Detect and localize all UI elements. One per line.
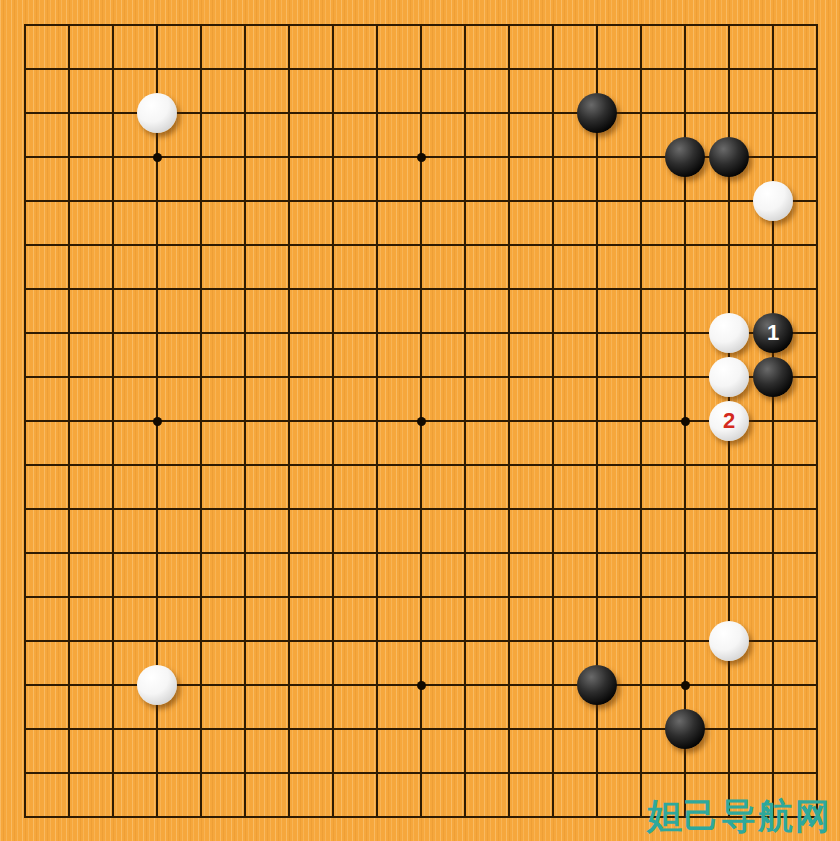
board-cell-Q9 xyxy=(663,443,707,487)
board-cell-C18 xyxy=(91,47,135,91)
board-cell-J11 xyxy=(355,355,399,399)
board-cell-N11 xyxy=(531,355,575,399)
board-cell-P13 xyxy=(619,267,663,311)
board-cell-E8 xyxy=(179,487,223,531)
board-cell-N10 xyxy=(531,399,575,443)
board-cell-D13 xyxy=(135,267,179,311)
board-cell-F8 xyxy=(223,487,267,531)
board-cell-Q6 xyxy=(663,575,707,619)
board-cell-M8 xyxy=(487,487,531,531)
board-cell-S14 xyxy=(751,223,795,267)
board-cell-Q3 xyxy=(663,707,707,751)
board-cell-A9 xyxy=(3,443,47,487)
board-cell-L16 xyxy=(443,135,487,179)
board-cell-A19 xyxy=(3,3,47,47)
board-cell-L17 xyxy=(443,91,487,135)
board-cell-D6 xyxy=(135,575,179,619)
board-cell-K13 xyxy=(399,267,443,311)
board-cell-P14 xyxy=(619,223,663,267)
board-cell-L14 xyxy=(443,223,487,267)
board-cell-K1 xyxy=(399,795,443,839)
board-cell-F12 xyxy=(223,311,267,355)
board-cell-R7 xyxy=(707,531,751,575)
board-cell-K6 xyxy=(399,575,443,619)
board-cell-H1 xyxy=(311,795,355,839)
board-cell-S13 xyxy=(751,267,795,311)
board-cell-S8 xyxy=(751,487,795,531)
board-cell-N15 xyxy=(531,179,575,223)
board-cell-E13 xyxy=(179,267,223,311)
board-cell-N4 xyxy=(531,663,575,707)
board-cell-A18 xyxy=(3,47,47,91)
board-cell-O17 xyxy=(575,91,619,135)
board-cell-Q11 xyxy=(663,355,707,399)
board-cell-H15 xyxy=(311,179,355,223)
board-cell-S3 xyxy=(751,707,795,751)
board-cell-P12 xyxy=(619,311,663,355)
board-cell-R19 xyxy=(707,3,751,47)
board-cell-S16 xyxy=(751,135,795,179)
board-cell-N19 xyxy=(531,3,575,47)
board-cell-R16 xyxy=(707,135,751,179)
board-cell-H9 xyxy=(311,443,355,487)
move-number-label: 1 xyxy=(767,322,779,344)
board-cell-E2 xyxy=(179,751,223,795)
board-cell-C14 xyxy=(91,223,135,267)
white-stone xyxy=(709,313,749,353)
board-cell-S2 xyxy=(751,751,795,795)
board-cell-R5 xyxy=(707,619,751,663)
board-cell-B9 xyxy=(47,443,91,487)
board-cell-D11 xyxy=(135,355,179,399)
board-cell-A7 xyxy=(3,531,47,575)
board-cell-J12 xyxy=(355,311,399,355)
board-cell-S7 xyxy=(751,531,795,575)
board-cell-C1 xyxy=(91,795,135,839)
board-cell-K7 xyxy=(399,531,443,575)
board-cell-S6 xyxy=(751,575,795,619)
board-cell-G8 xyxy=(267,487,311,531)
board-cell-A16 xyxy=(3,135,47,179)
board-cell-S15 xyxy=(751,179,795,223)
board-cell-A15 xyxy=(3,179,47,223)
board-cell-B18 xyxy=(47,47,91,91)
board-cell-C17 xyxy=(91,91,135,135)
board-cell-C11 xyxy=(91,355,135,399)
board-cell-R13 xyxy=(707,267,751,311)
board-cell-H6 xyxy=(311,575,355,619)
board-cell-Q15 xyxy=(663,179,707,223)
board-cell-H3 xyxy=(311,707,355,751)
board-cell-N8 xyxy=(531,487,575,531)
board-cell-T16 xyxy=(795,135,839,179)
board-cell-R6 xyxy=(707,575,751,619)
board-cell-B6 xyxy=(47,575,91,619)
white-stone xyxy=(137,93,177,133)
board-cell-D18 xyxy=(135,47,179,91)
board-cell-N16 xyxy=(531,135,575,179)
board-cell-P17 xyxy=(619,91,663,135)
white-stone xyxy=(709,357,749,397)
board-cell-P10 xyxy=(619,399,663,443)
board-cell-M14 xyxy=(487,223,531,267)
board-cell-L4 xyxy=(443,663,487,707)
board-cell-Q10 xyxy=(663,399,707,443)
board-cell-A6 xyxy=(3,575,47,619)
board-cell-A10 xyxy=(3,399,47,443)
board-cell-F13 xyxy=(223,267,267,311)
board-cell-P11 xyxy=(619,355,663,399)
board-cell-K3 xyxy=(399,707,443,751)
board-cell-J14 xyxy=(355,223,399,267)
white-stone xyxy=(753,181,793,221)
board-cell-L12 xyxy=(443,311,487,355)
board-cell-F10 xyxy=(223,399,267,443)
board-cell-C3 xyxy=(91,707,135,751)
watermark: 妲己导航网 xyxy=(647,793,832,840)
board-cell-G12 xyxy=(267,311,311,355)
board-cell-M1 xyxy=(487,795,531,839)
board-cell-N7 xyxy=(531,531,575,575)
board-cell-M9 xyxy=(487,443,531,487)
board-cell-B15 xyxy=(47,179,91,223)
board-cell-K18 xyxy=(399,47,443,91)
board-cell-J2 xyxy=(355,751,399,795)
board-cell-D14 xyxy=(135,223,179,267)
board-cell-S10 xyxy=(751,399,795,443)
board-cell-N12 xyxy=(531,311,575,355)
board-cell-H12 xyxy=(311,311,355,355)
board-cell-R11 xyxy=(707,355,751,399)
board-cell-J16 xyxy=(355,135,399,179)
board-cell-B3 xyxy=(47,707,91,751)
board-cell-G11 xyxy=(267,355,311,399)
board-cell-B8 xyxy=(47,487,91,531)
board-cell-D8 xyxy=(135,487,179,531)
board-cell-E3 xyxy=(179,707,223,751)
board-cell-E4 xyxy=(179,663,223,707)
board-cell-E5 xyxy=(179,619,223,663)
board-cell-N13 xyxy=(531,267,575,311)
board-cell-C4 xyxy=(91,663,135,707)
board-cell-S4 xyxy=(751,663,795,707)
board-cell-Q17 xyxy=(663,91,707,135)
board-cell-C5 xyxy=(91,619,135,663)
board-cell-G17 xyxy=(267,91,311,135)
board-cell-C13 xyxy=(91,267,135,311)
board-cell-B13 xyxy=(47,267,91,311)
board-cell-L2 xyxy=(443,751,487,795)
board-cell-M12 xyxy=(487,311,531,355)
board-cell-S9 xyxy=(751,443,795,487)
board-cell-B14 xyxy=(47,223,91,267)
board-cell-P7 xyxy=(619,531,663,575)
board-cell-R17 xyxy=(707,91,751,135)
board-cell-B19 xyxy=(47,3,91,47)
board-cell-J1 xyxy=(355,795,399,839)
board-cell-C12 xyxy=(91,311,135,355)
black-stone xyxy=(709,137,749,177)
board-cell-G5 xyxy=(267,619,311,663)
board-cell-J3 xyxy=(355,707,399,751)
board-cell-K19 xyxy=(399,3,443,47)
board-cell-L7 xyxy=(443,531,487,575)
board-cell-L9 xyxy=(443,443,487,487)
board-cell-C9 xyxy=(91,443,135,487)
board-cell-K2 xyxy=(399,751,443,795)
board-cell-P8 xyxy=(619,487,663,531)
board-cell-K10 xyxy=(399,399,443,443)
board-cell-M17 xyxy=(487,91,531,135)
board-cell-O5 xyxy=(575,619,619,663)
board-cell-Q14 xyxy=(663,223,707,267)
board-cell-P19 xyxy=(619,3,663,47)
board-cell-N6 xyxy=(531,575,575,619)
board-cell-N9 xyxy=(531,443,575,487)
board-cell-O6 xyxy=(575,575,619,619)
board-cell-F3 xyxy=(223,707,267,751)
board-cell-P2 xyxy=(619,751,663,795)
board-cell-D10 xyxy=(135,399,179,443)
board-cell-G6 xyxy=(267,575,311,619)
board-cell-O9 xyxy=(575,443,619,487)
board-cell-T12 xyxy=(795,311,839,355)
black-stone xyxy=(577,665,617,705)
board-cell-H8 xyxy=(311,487,355,531)
board-cell-C15 xyxy=(91,179,135,223)
board-cell-L3 xyxy=(443,707,487,751)
board-cell-L6 xyxy=(443,575,487,619)
board-cell-R3 xyxy=(707,707,751,751)
board-cell-M19 xyxy=(487,3,531,47)
board-cell-M7 xyxy=(487,531,531,575)
board-cell-T4 xyxy=(795,663,839,707)
board-cell-H10 xyxy=(311,399,355,443)
board-cell-F14 xyxy=(223,223,267,267)
board-cell-O12 xyxy=(575,311,619,355)
board-cell-D12 xyxy=(135,311,179,355)
board-cell-E11 xyxy=(179,355,223,399)
board-cell-L11 xyxy=(443,355,487,399)
board-cell-T18 xyxy=(795,47,839,91)
board-cell-G14 xyxy=(267,223,311,267)
board-cell-J6 xyxy=(355,575,399,619)
board-cell-A3 xyxy=(3,707,47,751)
board-cell-F4 xyxy=(223,663,267,707)
board-cell-A14 xyxy=(3,223,47,267)
board-cell-Q5 xyxy=(663,619,707,663)
board-cell-D2 xyxy=(135,751,179,795)
board-cell-P18 xyxy=(619,47,663,91)
board-cell-O14 xyxy=(575,223,619,267)
board-cell-R9 xyxy=(707,443,751,487)
board-cell-E10 xyxy=(179,399,223,443)
board-grid: 12 xyxy=(3,3,839,839)
board-cell-O16 xyxy=(575,135,619,179)
board-cell-R10: 2 xyxy=(707,399,751,443)
board-cell-K14 xyxy=(399,223,443,267)
board-cell-B5 xyxy=(47,619,91,663)
board-cell-K12 xyxy=(399,311,443,355)
board-cell-L10 xyxy=(443,399,487,443)
board-cell-J4 xyxy=(355,663,399,707)
board-cell-J15 xyxy=(355,179,399,223)
black-stone xyxy=(753,357,793,397)
board-cell-O10 xyxy=(575,399,619,443)
go-board: 12 妲己导航网 xyxy=(0,0,840,841)
board-cell-M2 xyxy=(487,751,531,795)
board-cell-T15 xyxy=(795,179,839,223)
board-cell-E19 xyxy=(179,3,223,47)
board-cell-B11 xyxy=(47,355,91,399)
board-cell-M11 xyxy=(487,355,531,399)
board-cell-J9 xyxy=(355,443,399,487)
board-cell-T19 xyxy=(795,3,839,47)
board-cell-P6 xyxy=(619,575,663,619)
board-cell-M16 xyxy=(487,135,531,179)
board-cell-M3 xyxy=(487,707,531,751)
board-cell-R18 xyxy=(707,47,751,91)
board-cell-T17 xyxy=(795,91,839,135)
board-cell-E18 xyxy=(179,47,223,91)
board-cell-E1 xyxy=(179,795,223,839)
board-cell-K16 xyxy=(399,135,443,179)
board-cell-K8 xyxy=(399,487,443,531)
board-cell-P9 xyxy=(619,443,663,487)
board-cell-M18 xyxy=(487,47,531,91)
board-cell-P3 xyxy=(619,707,663,751)
board-cell-H7 xyxy=(311,531,355,575)
white-stone: 2 xyxy=(709,401,749,441)
board-cell-F6 xyxy=(223,575,267,619)
board-cell-K15 xyxy=(399,179,443,223)
board-cell-T6 xyxy=(795,575,839,619)
board-cell-Q16 xyxy=(663,135,707,179)
board-cell-A4 xyxy=(3,663,47,707)
board-cell-O7 xyxy=(575,531,619,575)
board-cell-G10 xyxy=(267,399,311,443)
board-cell-J17 xyxy=(355,91,399,135)
board-cell-M6 xyxy=(487,575,531,619)
board-cell-N3 xyxy=(531,707,575,751)
board-cell-D17 xyxy=(135,91,179,135)
board-cell-Q8 xyxy=(663,487,707,531)
board-cell-B16 xyxy=(47,135,91,179)
board-cell-E7 xyxy=(179,531,223,575)
board-cell-A2 xyxy=(3,751,47,795)
board-cell-F17 xyxy=(223,91,267,135)
board-cell-D16 xyxy=(135,135,179,179)
board-cell-O13 xyxy=(575,267,619,311)
board-cell-T10 xyxy=(795,399,839,443)
board-cell-Q7 xyxy=(663,531,707,575)
board-cell-F1 xyxy=(223,795,267,839)
board-cell-Q18 xyxy=(663,47,707,91)
board-cell-L8 xyxy=(443,487,487,531)
board-cell-E17 xyxy=(179,91,223,135)
board-cell-G19 xyxy=(267,3,311,47)
board-cell-F7 xyxy=(223,531,267,575)
board-cell-G18 xyxy=(267,47,311,91)
board-cell-F5 xyxy=(223,619,267,663)
board-cell-O8 xyxy=(575,487,619,531)
board-cell-O15 xyxy=(575,179,619,223)
board-cell-N14 xyxy=(531,223,575,267)
board-cell-G13 xyxy=(267,267,311,311)
board-cell-O11 xyxy=(575,355,619,399)
board-cell-N1 xyxy=(531,795,575,839)
board-cell-C2 xyxy=(91,751,135,795)
board-cell-G3 xyxy=(267,707,311,751)
board-cell-J10 xyxy=(355,399,399,443)
board-cell-A5 xyxy=(3,619,47,663)
board-cell-M4 xyxy=(487,663,531,707)
black-stone: 1 xyxy=(753,313,793,353)
board-cell-A8 xyxy=(3,487,47,531)
board-cell-Q13 xyxy=(663,267,707,311)
board-cell-C10 xyxy=(91,399,135,443)
board-cell-H19 xyxy=(311,3,355,47)
board-cell-R12 xyxy=(707,311,751,355)
black-stone xyxy=(665,137,705,177)
board-cell-G2 xyxy=(267,751,311,795)
board-cell-J7 xyxy=(355,531,399,575)
board-cell-G4 xyxy=(267,663,311,707)
board-cell-T14 xyxy=(795,223,839,267)
board-cell-E16 xyxy=(179,135,223,179)
board-cell-E12 xyxy=(179,311,223,355)
board-cell-P15 xyxy=(619,179,663,223)
move-number-label: 2 xyxy=(723,410,735,432)
board-cell-B4 xyxy=(47,663,91,707)
board-cell-A11 xyxy=(3,355,47,399)
board-cell-L15 xyxy=(443,179,487,223)
board-cell-R14 xyxy=(707,223,751,267)
board-cell-F9 xyxy=(223,443,267,487)
board-cell-C19 xyxy=(91,3,135,47)
board-cell-L18 xyxy=(443,47,487,91)
board-cell-D5 xyxy=(135,619,179,663)
board-cell-K5 xyxy=(399,619,443,663)
white-stone xyxy=(137,665,177,705)
board-cell-S18 xyxy=(751,47,795,91)
board-cell-G7 xyxy=(267,531,311,575)
board-cell-T9 xyxy=(795,443,839,487)
board-cell-C7 xyxy=(91,531,135,575)
board-cell-F16 xyxy=(223,135,267,179)
board-cell-P16 xyxy=(619,135,663,179)
board-cell-B17 xyxy=(47,91,91,135)
board-cell-O3 xyxy=(575,707,619,751)
board-cell-M15 xyxy=(487,179,531,223)
board-cell-O4 xyxy=(575,663,619,707)
board-cell-K4 xyxy=(399,663,443,707)
board-cell-D4 xyxy=(135,663,179,707)
board-cell-L1 xyxy=(443,795,487,839)
board-cell-E15 xyxy=(179,179,223,223)
board-cell-T2 xyxy=(795,751,839,795)
board-cell-T11 xyxy=(795,355,839,399)
board-cell-B12 xyxy=(47,311,91,355)
board-cell-S19 xyxy=(751,3,795,47)
board-cell-G9 xyxy=(267,443,311,487)
board-cell-H2 xyxy=(311,751,355,795)
board-cell-S17 xyxy=(751,91,795,135)
board-cell-R2 xyxy=(707,751,751,795)
board-cell-A13 xyxy=(3,267,47,311)
board-cell-N2 xyxy=(531,751,575,795)
board-cell-J18 xyxy=(355,47,399,91)
